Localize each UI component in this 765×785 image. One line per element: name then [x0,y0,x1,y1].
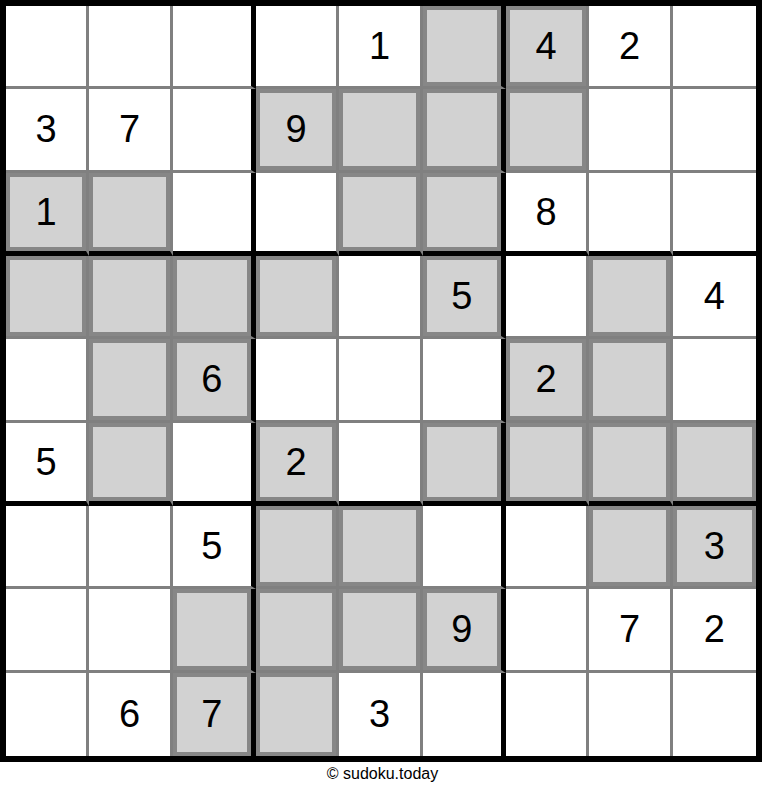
cell-r5c8[interactable] [589,339,672,422]
cell-r7c2[interactable] [89,506,172,589]
cell-r4c8[interactable] [589,256,672,339]
cell-r2c2[interactable]: 7 [89,89,172,172]
cell-r1c1[interactable] [6,6,89,89]
cell-r9c2[interactable]: 6 [89,673,172,756]
cell-r1c2[interactable] [89,6,172,89]
cell-r3c4[interactable] [256,173,339,256]
cell-r3c3[interactable] [173,173,256,256]
cell-r7c8[interactable] [589,506,672,589]
cell-r6c6[interactable] [423,423,506,506]
cell-r5c6[interactable] [423,339,506,422]
cell-r2c5[interactable] [339,89,422,172]
cell-r2c3[interactable] [173,89,256,172]
cell-r9c9[interactable] [673,673,756,756]
cell-r8c9[interactable]: 2 [673,589,756,672]
cell-r1c4[interactable] [256,6,339,89]
cell-r8c3[interactable] [173,589,256,672]
cell-r6c3[interactable] [173,423,256,506]
cell-r9c6[interactable] [423,673,506,756]
cell-r6c5[interactable] [339,423,422,506]
cell-r6c4[interactable]: 2 [256,423,339,506]
cell-r7c6[interactable] [423,506,506,589]
cell-r3c5[interactable] [339,173,422,256]
cell-r8c2[interactable] [89,589,172,672]
cell-r3c9[interactable] [673,173,756,256]
cell-r9c8[interactable] [589,673,672,756]
cell-r6c2[interactable] [89,423,172,506]
cell-r5c9[interactable] [673,339,756,422]
cell-r1c5[interactable]: 1 [339,6,422,89]
cell-r9c1[interactable] [6,673,89,756]
cell-r5c4[interactable] [256,339,339,422]
cell-r2c1[interactable]: 3 [6,89,89,172]
cell-r5c7[interactable]: 2 [506,339,589,422]
cell-r8c1[interactable] [6,589,89,672]
cell-r4c7[interactable] [506,256,589,339]
cell-r7c5[interactable] [339,506,422,589]
cell-r9c3[interactable]: 7 [173,673,256,756]
cell-r7c9[interactable]: 3 [673,506,756,589]
cell-r1c6[interactable] [423,6,506,89]
cell-r6c8[interactable] [589,423,672,506]
cell-r5c2[interactable] [89,339,172,422]
cell-r3c8[interactable] [589,173,672,256]
cell-r5c3[interactable]: 6 [173,339,256,422]
cell-r5c5[interactable] [339,339,422,422]
cell-r2c4[interactable]: 9 [256,89,339,172]
cell-r8c7[interactable] [506,589,589,672]
cell-r8c6[interactable]: 9 [423,589,506,672]
cell-r2c9[interactable] [673,89,756,172]
cell-r4c5[interactable] [339,256,422,339]
cell-r3c2[interactable] [89,173,172,256]
sudoku-page: 1423791854625253972673 © sudoku.today [0,0,765,785]
cell-r2c6[interactable] [423,89,506,172]
cell-r1c9[interactable] [673,6,756,89]
cell-r1c7[interactable]: 4 [506,6,589,89]
cell-r1c3[interactable] [173,6,256,89]
cell-r8c8[interactable]: 7 [589,589,672,672]
footer: © sudoku.today [0,762,765,785]
cell-r2c7[interactable] [506,89,589,172]
cell-r7c4[interactable] [256,506,339,589]
cell-r5c1[interactable] [6,339,89,422]
cell-r1c8[interactable]: 2 [589,6,672,89]
cell-r4c4[interactable] [256,256,339,339]
cell-r2c8[interactable] [589,89,672,172]
cell-r4c3[interactable] [173,256,256,339]
cell-r3c7[interactable]: 8 [506,173,589,256]
cell-r9c7[interactable] [506,673,589,756]
cell-r4c2[interactable] [89,256,172,339]
sudoku-board: 1423791854625253972673 [0,0,762,762]
cell-r9c5[interactable]: 3 [339,673,422,756]
cell-r6c7[interactable] [506,423,589,506]
cell-r3c6[interactable] [423,173,506,256]
cell-r8c5[interactable] [339,589,422,672]
cell-r7c7[interactable] [506,506,589,589]
cell-r4c1[interactable] [6,256,89,339]
cell-r6c1[interactable]: 5 [6,423,89,506]
cell-r4c9[interactable]: 4 [673,256,756,339]
cell-r6c9[interactable] [673,423,756,506]
cell-r9c4[interactable] [256,673,339,756]
cell-r8c4[interactable] [256,589,339,672]
cell-r4c6[interactable]: 5 [423,256,506,339]
cell-r7c1[interactable] [6,506,89,589]
cell-r3c1[interactable]: 1 [6,173,89,256]
copyright-text: © sudoku.today [327,765,438,783]
cell-r7c3[interactable]: 5 [173,506,256,589]
